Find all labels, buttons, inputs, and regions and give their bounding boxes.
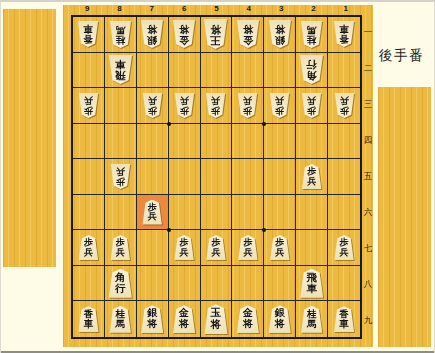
piece-kanji: 将: [243, 24, 253, 35]
piece-kanji: 兵: [84, 95, 93, 105]
board-cell[interactable]: 歩兵: [296, 88, 328, 124]
board-cell[interactable]: 飛車: [105, 53, 137, 89]
board-cell[interactable]: [232, 53, 264, 89]
board-cell[interactable]: [264, 266, 296, 302]
rank-label: 六: [362, 195, 374, 231]
koma-shape: 歩兵: [174, 93, 195, 118]
shogi-piece[interactable]: 銀将: [140, 305, 164, 333]
rank-label: 二: [362, 51, 374, 87]
board-cell[interactable]: 香車: [73, 17, 105, 53]
koma-shape: 銀将: [140, 20, 164, 48]
piece-kanji: 桂: [116, 35, 126, 45]
piece-kanji: 車: [306, 283, 317, 294]
board-cell[interactable]: [201, 266, 233, 302]
board-cell[interactable]: 香車: [73, 301, 105, 337]
shogi-piece[interactable]: 歩兵: [78, 235, 99, 260]
shogi-piece[interactable]: 王将: [203, 19, 228, 49]
piece-kanji: 歩: [116, 176, 125, 186]
board-cell[interactable]: 歩兵: [328, 230, 360, 266]
shogi-piece[interactable]: 歩兵: [142, 93, 163, 118]
rank-labels: 一二三四五六七八九: [362, 15, 374, 339]
piece-kanji: 将: [147, 319, 157, 330]
board-cell[interactable]: [73, 266, 105, 302]
shogi-piece[interactable]: 歩兵: [334, 93, 355, 118]
piece-kanji: 兵: [148, 95, 157, 105]
board-cell[interactable]: [137, 53, 169, 89]
board-cell[interactable]: 香車: [328, 301, 360, 337]
koma-shape: 王将: [203, 19, 228, 49]
board-cell[interactable]: 金将: [232, 301, 264, 337]
piece-kanji: 兵: [275, 248, 284, 258]
shogi-piece[interactable]: 桂馬: [109, 306, 132, 333]
piece-kanji: 将: [275, 24, 285, 35]
piece-kanji: 香: [339, 34, 349, 44]
piece-kanji: 桂: [307, 35, 317, 45]
file-label: 5: [200, 4, 232, 14]
board-cell[interactable]: [169, 195, 201, 231]
piece-kanji: 兵: [275, 95, 284, 105]
koma-shape: 香車: [333, 306, 355, 332]
file-label: 6: [168, 4, 200, 14]
shogi-piece[interactable]: 桂馬: [109, 21, 132, 48]
koma-shape: 歩兵: [78, 93, 99, 118]
piece-kanji: 歩: [211, 105, 220, 115]
piece-kanji: 将: [243, 319, 253, 330]
board-cell[interactable]: [328, 124, 360, 160]
piece-kanji: 兵: [84, 248, 93, 258]
board-cell[interactable]: [264, 124, 296, 160]
koma-shape: 金将: [172, 20, 196, 48]
shogi-piece[interactable]: 歩兵: [237, 235, 258, 260]
board-cell[interactable]: 銀将: [137, 301, 169, 337]
piece-kanji: 兵: [307, 95, 316, 105]
piece-kanji: 行: [115, 283, 126, 294]
rank-label: 五: [362, 159, 374, 195]
board-cell[interactable]: 歩兵: [264, 88, 296, 124]
shogi-piece[interactable]: 飛車: [108, 55, 133, 84]
board-cell[interactable]: [296, 195, 328, 231]
shogi-piece[interactable]: 歩兵: [205, 235, 226, 260]
koma-shape: 角行: [108, 269, 133, 298]
koma-shape: 歩兵: [334, 93, 355, 118]
piece-kanji: 金: [243, 34, 253, 45]
file-label: 8: [103, 4, 135, 14]
piece-kanji: 将: [147, 24, 157, 35]
file-label: 3: [265, 4, 297, 14]
piece-kanji: 将: [211, 24, 222, 35]
koma-shape: 歩兵: [334, 235, 355, 260]
file-label: 1: [330, 4, 362, 14]
koma-shape: 香車: [333, 21, 355, 47]
piece-kanji: 香: [84, 34, 94, 44]
board-cell[interactable]: [296, 230, 328, 266]
board-cell[interactable]: 歩兵: [73, 88, 105, 124]
board-cell[interactable]: 桂馬: [105, 17, 137, 53]
piece-kanji: 車: [339, 24, 349, 34]
file-label: 2: [297, 4, 329, 14]
koma-shape: 歩兵: [237, 93, 258, 118]
board-cell[interactable]: 王将: [201, 17, 233, 53]
piece-kanji: 歩: [180, 105, 189, 115]
board-cell[interactable]: [201, 159, 233, 195]
piece-kanji: 歩: [275, 105, 284, 115]
shogi-piece[interactable]: 角行: [299, 55, 324, 84]
piece-kanji: 歩: [84, 105, 93, 115]
koma-shape: 歩兵: [205, 93, 226, 118]
piece-kanji: 角: [306, 70, 317, 81]
piece-kanji: 金: [179, 34, 189, 45]
koma-shape: 歩兵: [174, 235, 195, 260]
board-cell[interactable]: 飛車: [296, 266, 328, 302]
shogi-piece[interactable]: 金将: [236, 305, 260, 333]
shogi-piece[interactable]: 銀将: [140, 20, 164, 48]
koma-shape: 金将: [236, 305, 260, 333]
board-cell[interactable]: 金将: [169, 17, 201, 53]
koma-shape: 金将: [172, 305, 196, 333]
koma-shape: 飛車: [299, 269, 324, 298]
board-cell[interactable]: [169, 266, 201, 302]
shogi-piece[interactable]: 銀将: [268, 20, 292, 48]
board-cell[interactable]: 角行: [105, 266, 137, 302]
file-label: 7: [136, 4, 168, 14]
shogi-piece[interactable]: 金将: [236, 20, 260, 48]
board-cell[interactable]: 歩兵: [105, 159, 137, 195]
board-cell[interactable]: 角行: [296, 53, 328, 89]
rank-label: 九: [362, 303, 374, 339]
koma-shape: 金将: [236, 20, 260, 48]
koma-shape: 歩兵: [205, 235, 226, 260]
shogi-piece[interactable]: 歩兵: [78, 93, 99, 118]
board-cell[interactable]: [296, 124, 328, 160]
piece-kanji: 兵: [340, 95, 349, 105]
piece-kanji: 行: [306, 59, 317, 70]
shogi-piece[interactable]: 歩兵: [301, 164, 322, 189]
shogi-piece[interactable]: 香車: [77, 21, 99, 47]
board-cell[interactable]: 歩兵: [137, 88, 169, 124]
piece-kanji: 兵: [243, 95, 252, 105]
shogi-piece[interactable]: 歩兵: [334, 235, 355, 260]
koma-shape: 歩兵: [142, 200, 163, 225]
shogi-piece[interactable]: 香車: [333, 306, 355, 332]
koma-shape: 歩兵: [110, 164, 131, 189]
koma-shape: 歩兵: [142, 93, 163, 118]
board-cell[interactable]: [137, 230, 169, 266]
piece-kanji: 兵: [116, 167, 125, 177]
piece-kanji: 車: [84, 319, 94, 329]
piece-kanji: 車: [339, 319, 349, 329]
piece-kanji: 将: [179, 319, 189, 330]
piece-kanji: 銀: [275, 34, 285, 45]
board-cell[interactable]: 銀将: [264, 17, 296, 53]
board-cell[interactable]: [73, 159, 105, 195]
piece-kanji: 兵: [180, 95, 189, 105]
koma-shape: 銀将: [268, 305, 292, 333]
board-cell[interactable]: [73, 195, 105, 231]
koma-shape: 歩兵: [269, 235, 290, 260]
piece-kanji: 兵: [340, 248, 349, 258]
piece-kanji: 馬: [116, 24, 126, 34]
board-cell[interactable]: 歩兵: [137, 195, 169, 231]
koma-shape: 歩兵: [301, 93, 322, 118]
board-cell[interactable]: 歩兵: [328, 88, 360, 124]
shogi-piece[interactable]: 歩兵: [269, 93, 290, 118]
gote-captured-tray[interactable]: [378, 87, 431, 347]
shogi-piece[interactable]: 香車: [77, 306, 99, 332]
koma-shape: 香車: [77, 21, 99, 47]
piece-kanji: 飛: [115, 70, 126, 81]
board-cell[interactable]: 歩兵: [264, 230, 296, 266]
board-cell[interactable]: 歩兵: [232, 230, 264, 266]
piece-kanji: 兵: [148, 212, 157, 222]
koma-shape: 歩兵: [269, 93, 290, 118]
board-cell[interactable]: 金将: [169, 301, 201, 337]
board-cell[interactable]: [169, 124, 201, 160]
rank-label: 七: [362, 231, 374, 267]
turn-indicator: 後手番: [379, 47, 435, 65]
board-cell[interactable]: [264, 53, 296, 89]
koma-shape: 香車: [77, 306, 99, 332]
shogi-piece[interactable]: 玉将: [203, 304, 228, 334]
rank-label: 一: [362, 15, 374, 51]
board-cell[interactable]: [137, 159, 169, 195]
board-cell[interactable]: [328, 266, 360, 302]
board-cell[interactable]: [232, 124, 264, 160]
piece-kanji: 兵: [180, 248, 189, 258]
shogi-piece[interactable]: 金将: [172, 305, 196, 333]
board-cell[interactable]: [137, 124, 169, 160]
board-cell[interactable]: [201, 124, 233, 160]
board-cell[interactable]: [169, 159, 201, 195]
board-cell[interactable]: 歩兵: [201, 230, 233, 266]
rank-label: 八: [362, 267, 374, 303]
shogi-piece[interactable]: 香車: [333, 21, 355, 47]
board-cell[interactable]: 玉将: [201, 301, 233, 337]
board-cell[interactable]: [105, 195, 137, 231]
shogi-piece[interactable]: 歩兵: [301, 93, 322, 118]
board-cell[interactable]: [328, 195, 360, 231]
shogi-piece[interactable]: 金将: [172, 20, 196, 48]
board-cell[interactable]: 桂馬: [105, 301, 137, 337]
shogi-piece[interactable]: 飛車: [299, 269, 324, 298]
board-cell[interactable]: [264, 159, 296, 195]
board-cell[interactable]: [73, 53, 105, 89]
piece-kanji: 玉: [211, 307, 222, 318]
board-cell[interactable]: 歩兵: [201, 88, 233, 124]
board-cell[interactable]: 歩兵: [232, 88, 264, 124]
sente-captured-tray[interactable]: [3, 9, 56, 267]
piece-kanji: 王: [211, 35, 222, 46]
board-cell[interactable]: 歩兵: [296, 159, 328, 195]
koma-shape: 飛車: [108, 55, 133, 84]
rank-label: 四: [362, 123, 374, 159]
board-cell[interactable]: [201, 53, 233, 89]
piece-kanji: 歩: [340, 105, 349, 115]
board-cell[interactable]: 銀将: [137, 17, 169, 53]
koma-shape: 桂馬: [109, 306, 132, 333]
shogi-app-window: 987654321 香車桂馬銀将金将王将金将銀将桂馬香車飛車角行歩兵歩兵歩兵歩兵…: [0, 0, 435, 353]
shogi-piece[interactable]: 歩兵: [110, 164, 131, 189]
koma-shape: 桂馬: [300, 306, 323, 333]
piece-kanji: 将: [179, 24, 189, 35]
board-cell[interactable]: [201, 195, 233, 231]
file-label: 9: [71, 4, 103, 14]
board-cell[interactable]: [73, 124, 105, 160]
koma-shape: 玉将: [203, 304, 228, 334]
board-cell[interactable]: 銀将: [264, 301, 296, 337]
board-cell[interactable]: 香車: [328, 17, 360, 53]
koma-shape: 桂馬: [300, 21, 323, 48]
piece-kanji: 馬: [116, 319, 126, 329]
piece-kanji: 兵: [211, 95, 220, 105]
piece-kanji: 歩: [307, 105, 316, 115]
shogi-piece[interactable]: 歩兵: [237, 93, 258, 118]
piece-kanji: 将: [211, 319, 222, 330]
shogi-piece[interactable]: 歩兵: [269, 235, 290, 260]
koma-shape: 歩兵: [110, 235, 131, 260]
board-cell[interactable]: 歩兵: [73, 230, 105, 266]
koma-shape: 桂馬: [109, 21, 132, 48]
board-cell[interactable]: 歩兵: [105, 230, 137, 266]
board-cell[interactable]: [264, 195, 296, 231]
piece-kanji: 兵: [116, 248, 125, 258]
shogi-piece[interactable]: 桂馬: [300, 21, 323, 48]
koma-shape: 角行: [299, 55, 324, 84]
shogi-piece[interactable]: 歩兵: [110, 235, 131, 260]
shogi-piece[interactable]: 桂馬: [300, 306, 323, 333]
board-cell[interactable]: [169, 53, 201, 89]
shogi-piece[interactable]: 歩兵: [174, 93, 195, 118]
piece-kanji: 馬: [307, 319, 317, 329]
koma-shape: 歩兵: [301, 164, 322, 189]
board-cell[interactable]: [232, 195, 264, 231]
shogi-piece[interactable]: 銀将: [268, 305, 292, 333]
koma-shape: 銀将: [140, 305, 164, 333]
shogi-piece[interactable]: 歩兵: [205, 93, 226, 118]
piece-kanji: 銀: [147, 34, 157, 45]
board-cell[interactable]: [328, 159, 360, 195]
koma-shape: 歩兵: [237, 235, 258, 260]
board-cell[interactable]: 歩兵: [169, 230, 201, 266]
board-cell[interactable]: 金将: [232, 17, 264, 53]
piece-kanji: 車: [115, 59, 126, 70]
piece-kanji: 歩: [148, 105, 157, 115]
shogi-grid: 香車桂馬銀将金将王将金将銀将桂馬香車飛車角行歩兵歩兵歩兵歩兵歩兵歩兵歩兵歩兵歩兵…: [71, 15, 362, 339]
piece-kanji: 兵: [307, 177, 316, 187]
board-cell[interactable]: [105, 88, 137, 124]
board-cell[interactable]: [105, 124, 137, 160]
file-labels: 987654321: [71, 4, 362, 14]
piece-kanji: 将: [275, 319, 285, 330]
shogi-piece[interactable]: 角行: [108, 269, 133, 298]
board-cell[interactable]: 桂馬: [296, 301, 328, 337]
piece-kanji: 歩: [243, 105, 252, 115]
piece-kanji: 馬: [307, 24, 317, 34]
piece-kanji: 車: [84, 24, 94, 34]
koma-shape: 歩兵: [78, 235, 99, 260]
shogi-piece[interactable]: 歩兵: [142, 200, 163, 225]
rank-label: 三: [362, 87, 374, 123]
board-cell[interactable]: [137, 266, 169, 302]
board-cell[interactable]: [328, 53, 360, 89]
board-cell[interactable]: [232, 159, 264, 195]
koma-shape: 銀将: [268, 20, 292, 48]
board-cell[interactable]: 歩兵: [169, 88, 201, 124]
shogi-piece[interactable]: 歩兵: [174, 235, 195, 260]
file-label: 4: [233, 4, 265, 14]
piece-kanji: 兵: [243, 248, 252, 258]
piece-kanji: 兵: [211, 248, 220, 258]
board-cell[interactable]: 桂馬: [296, 17, 328, 53]
board-cell[interactable]: [232, 266, 264, 302]
